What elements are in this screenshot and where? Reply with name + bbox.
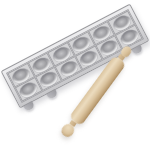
product-photo [0,0,150,150]
